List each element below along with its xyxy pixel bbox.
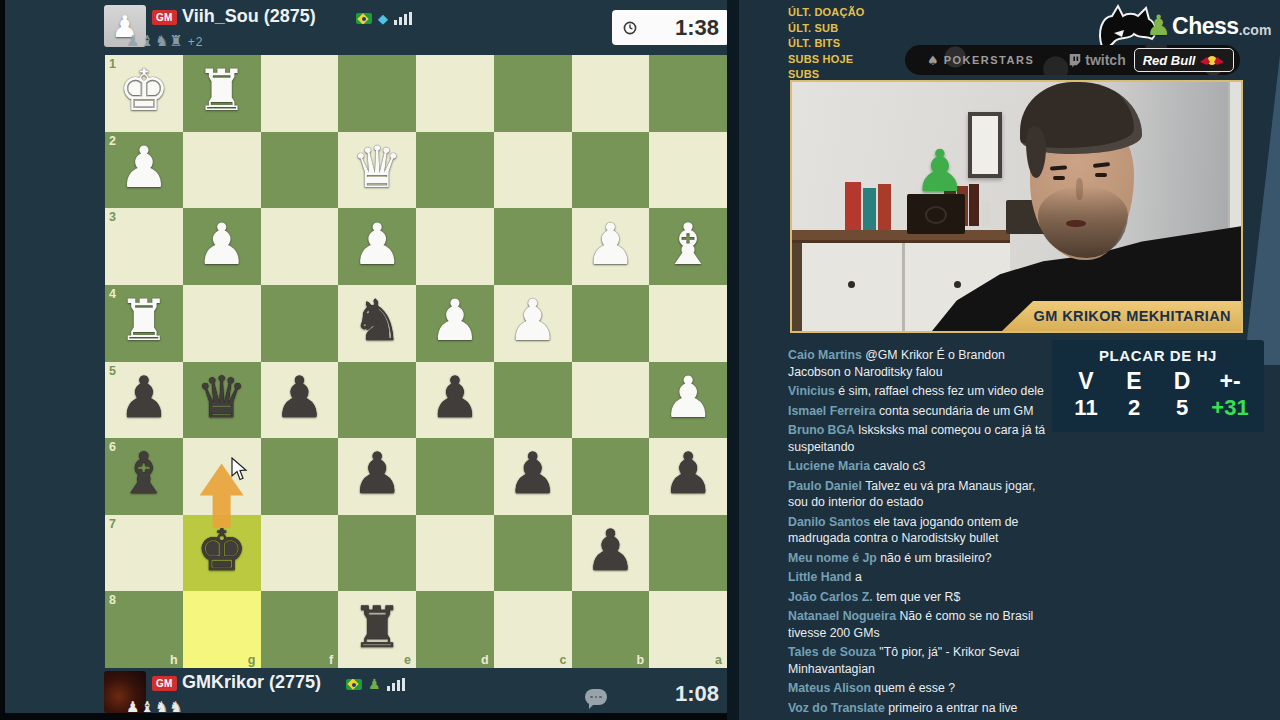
scoreboard-column: +-	[1206, 368, 1254, 395]
book	[878, 184, 891, 230]
chat-username[interactable]: Danilo Santos	[788, 515, 873, 529]
square-b1[interactable]	[572, 55, 650, 132]
piece-black-pawn[interactable]: ♟	[118, 369, 169, 426]
top-player-badges: ◆	[356, 11, 412, 26]
chat-username[interactable]: Vinicius	[788, 384, 838, 398]
square-c1[interactable]	[494, 55, 572, 132]
square-f8[interactable]: f	[261, 591, 339, 668]
alert-label: ÚLT. SUB	[788, 22, 865, 34]
scoreboard-columns: VED+-	[1052, 368, 1264, 395]
twitch-glitch-icon	[1068, 53, 1082, 68]
square-f5[interactable]: ♟	[261, 362, 339, 439]
bottom-clock-time: 1:08	[675, 681, 719, 707]
square-c5[interactable]	[494, 362, 572, 439]
square-a2[interactable]	[649, 132, 727, 209]
piece-white-pawn[interactable]: ♟	[352, 216, 403, 273]
piece-black-knight[interactable]: ♞	[352, 292, 403, 349]
rank-label: 7	[109, 517, 116, 531]
chat-username[interactable]: Ismael Ferreira	[788, 404, 879, 418]
chat-username[interactable]: Caio Martins	[788, 348, 865, 362]
chat-username[interactable]: João Carlos Z.	[788, 590, 876, 604]
nose-shadow	[1076, 178, 1083, 200]
chesscom-pawn-icon: ♟	[1146, 12, 1171, 40]
piece-white-pawn[interactable]: ♟	[429, 292, 480, 349]
square-h6[interactable]: 6♝	[105, 438, 183, 515]
square-f4[interactable]	[261, 285, 339, 362]
square-h7[interactable]: 7	[105, 515, 183, 592]
top-player-name[interactable]: Viih_Sou (2875)	[182, 6, 316, 27]
square-a6[interactable]: ♟	[649, 438, 727, 515]
bottom-player-bar: GM GMKrikor (2775) ♟ ♟♝♞♞ 1:08	[104, 671, 729, 717]
section-divider	[727, 0, 739, 720]
piece-white-pawn[interactable]: ♟	[196, 216, 247, 273]
piece-white-pawn[interactable]: ♟	[585, 216, 636, 273]
scoreboard-value: 5	[1158, 395, 1206, 421]
piece-black-bishop[interactable]: ♝	[118, 445, 169, 502]
file-label: g	[248, 653, 256, 667]
chat-message: Bruno BGA Isksksks mal começou o cara já…	[788, 422, 1056, 455]
chat-messages[interactable]: Caio Martins @GM Krikor É o Brandon Jaco…	[788, 347, 1056, 719]
square-b4[interactable]	[572, 285, 650, 362]
chat-message: Meu nome é Jp não é um brasileiro?	[788, 550, 1056, 567]
square-b3[interactable]: ♟	[572, 208, 650, 285]
rank-label: 8	[109, 593, 116, 607]
square-b5[interactable]	[572, 362, 650, 439]
gm-title-badge: GM	[152, 676, 177, 691]
square-d7[interactable]	[416, 515, 494, 592]
chat-username[interactable]: Little Hand	[788, 570, 855, 584]
chat-message: Vinicius é sim, raffael chess fez um vid…	[788, 383, 1056, 400]
chesscom-wordmark: Chess	[1172, 13, 1239, 40]
piece-white-pawn[interactable]: ♟	[118, 139, 169, 196]
scoreboard-column: V	[1062, 368, 1110, 395]
square-e5[interactable]	[338, 362, 416, 439]
chat-message: Luciene Maria cavalo c3	[788, 458, 1056, 475]
framed-certificate	[968, 112, 1002, 178]
scoreboard-value: 11	[1062, 395, 1110, 421]
square-f2[interactable]	[261, 132, 339, 209]
chat-message: Tales de Souza "Tô pior, já" - Krikor Se…	[788, 644, 1056, 677]
file-label: e	[404, 653, 411, 667]
chat-message: Danilo Santos ele tava jogando ontem de …	[788, 514, 1056, 547]
webcam-feed: ♟ GM KRIKOR MEKHITARIAN	[790, 80, 1243, 333]
gm-title-badge: GM	[152, 10, 177, 25]
piece-white-rook[interactable]: ♜	[196, 62, 247, 119]
bottom-player-badges: ♟	[346, 677, 405, 691]
piece-white-bishop[interactable]: ♝	[663, 216, 714, 273]
piece-black-pawn[interactable]: ♟	[352, 445, 403, 502]
eye	[1095, 173, 1107, 177]
connection-signal-icon	[387, 678, 405, 691]
brazil-flag-icon	[356, 13, 372, 24]
square-g4[interactable]	[183, 285, 261, 362]
chat-username[interactable]: Paulo Daniel	[788, 479, 865, 493]
brazil-flag-icon	[346, 679, 362, 690]
square-c2[interactable]	[494, 132, 572, 209]
square-a5[interactable]: ♟	[649, 362, 727, 439]
square-e6[interactable]: ♟	[338, 438, 416, 515]
square-c3[interactable]	[494, 208, 572, 285]
piece-black-pawn[interactable]: ♟	[663, 445, 714, 502]
webcam-nameplate: GM KRIKOR MEKHITARIAN	[1002, 301, 1241, 331]
chat-username[interactable]: Voz do Translate	[788, 701, 888, 715]
file-label: d	[481, 653, 489, 667]
square-h5[interactable]: 5♟	[105, 362, 183, 439]
stream-overlay: ♟ GM Viih_Sou (2875) ◆ ♟♝♞♜+2 1:38 1♚♜2♟…	[0, 0, 1280, 720]
daily-scoreboard: PLACAR DE HJ VED+- 1125+31	[1052, 340, 1264, 432]
chat-username[interactable]: Tales de Souza	[788, 645, 879, 659]
redbull-logo: Red Bull	[1134, 48, 1234, 72]
chat-username[interactable]: Bruno BGA	[788, 423, 858, 437]
square-g3[interactable]: ♟	[183, 208, 261, 285]
square-b7[interactable]: ♟	[572, 515, 650, 592]
piece-black-king[interactable]: ♚	[196, 522, 247, 579]
file-label: h	[170, 653, 178, 667]
file-label: f	[329, 653, 333, 667]
square-f3[interactable]	[261, 208, 339, 285]
square-a3[interactable]: ♝	[649, 208, 727, 285]
rank-label: 4	[109, 287, 116, 301]
square-g8[interactable]: g	[183, 591, 261, 668]
chat-message: Paulo Daniel Talvez eu vá pra Manaus jog…	[788, 478, 1056, 511]
scoreboard-column: E	[1110, 368, 1158, 395]
square-c8[interactable]: c	[494, 591, 572, 668]
top-clock-time: 1:38	[675, 15, 719, 41]
square-g5[interactable]: ♛	[183, 362, 261, 439]
scoreboard-value: 2	[1110, 395, 1158, 421]
mouth	[1066, 220, 1086, 227]
material-advantage: +2	[188, 35, 204, 49]
square-a8[interactable]: a	[649, 591, 727, 668]
piece-black-pawn[interactable]: ♟	[585, 522, 636, 579]
chat-username[interactable]: Natanael Nogueira	[788, 609, 899, 623]
square-f6[interactable]	[261, 438, 339, 515]
file-label: c	[560, 653, 567, 667]
clock-icon	[622, 20, 638, 36]
redbull-bulls-icon	[1199, 54, 1225, 67]
top-player-bar: ♟ GM Viih_Sou (2875) ◆ ♟♝♞♜+2 1:38	[104, 5, 729, 51]
square-d1[interactable]	[416, 55, 494, 132]
chat-message: Mateus Alison quem é esse ?	[788, 680, 1056, 697]
square-d3[interactable]	[416, 208, 494, 285]
diamond-member-icon: ◆	[378, 11, 388, 26]
chat-message: Little Hand a	[788, 569, 1056, 586]
square-g1[interactable]: ♜	[183, 55, 261, 132]
chat-message: Voz do Translate primeiro a entrar na li…	[788, 700, 1056, 717]
square-h3[interactable]: 3	[105, 208, 183, 285]
alert-label: ÚLT. DOAÇÃO	[788, 6, 865, 18]
piece-black-queen[interactable]: ♛	[196, 369, 247, 426]
square-g2[interactable]	[183, 132, 261, 209]
square-c4[interactable]: ♟	[494, 285, 572, 362]
square-d5[interactable]: ♟	[416, 362, 494, 439]
stream-alert-labels: ÚLT. DOAÇÃOÚLT. SUBÚLT. BITSSUBS HOJESUB…	[788, 6, 865, 84]
square-e3[interactable]: ♟	[338, 208, 416, 285]
book	[863, 188, 876, 230]
rank-label: 2	[109, 134, 116, 148]
square-g6[interactable]	[183, 438, 261, 515]
square-b2[interactable]	[572, 132, 650, 209]
chat-username[interactable]: Meu nome é Jp	[788, 551, 880, 565]
twitch-logo: twitch	[1068, 52, 1125, 68]
piece-black-pawn[interactable]: ♟	[429, 369, 480, 426]
piece-black-pawn[interactable]: ♟	[274, 369, 325, 426]
piece-white-pawn[interactable]: ♟	[663, 369, 714, 426]
chat-message: Natanael Nogueira Não é como se no Brasi…	[788, 608, 1056, 641]
square-a4[interactable]	[649, 285, 727, 362]
piece-white-queen[interactable]: ♛	[352, 139, 403, 196]
chesscom-logo: ♟ Chess .com	[1146, 12, 1271, 40]
pokerstars-logo: ♠ POKERSTARS	[927, 53, 1034, 68]
square-b6[interactable]	[572, 438, 650, 515]
square-f1[interactable]	[261, 55, 339, 132]
green-pawn-figure: ♟	[914, 142, 966, 200]
chat-username[interactable]: Mateus Alison	[788, 681, 874, 695]
square-d2[interactable]	[416, 132, 494, 209]
eye	[1053, 176, 1065, 180]
square-d4[interactable]: ♟	[416, 285, 494, 362]
scoreboard-values: 1125+31	[1052, 395, 1264, 421]
chat-message: João Carlos Z. tem que ver R$	[788, 589, 1056, 606]
sponsor-bar: ♠ POKERSTARS twitch Red Bull	[905, 45, 1240, 75]
screen-edge	[0, 0, 5, 720]
square-e4[interactable]: ♞	[338, 285, 416, 362]
square-c6[interactable]: ♟	[494, 438, 572, 515]
square-c7[interactable]	[494, 515, 572, 592]
square-e2[interactable]: ♛	[338, 132, 416, 209]
spade-icon: ♠	[927, 53, 939, 68]
square-a7[interactable]	[649, 515, 727, 592]
chat-message: Caio Martins @GM Krikor É o Brandon Jaco…	[788, 347, 1056, 380]
bottom-player-name[interactable]: GMKrikor (2775)	[182, 672, 321, 693]
rank-label: 6	[109, 440, 116, 454]
alert-label: ÚLT. BITS	[788, 37, 865, 49]
piece-white-rook[interactable]: ♜	[118, 292, 169, 349]
rank-label: 5	[109, 364, 116, 378]
square-d8[interactable]: d	[416, 591, 494, 668]
top-captured-pieces: ♟♝♞♜+2	[126, 32, 203, 50]
square-e1[interactable]	[338, 55, 416, 132]
square-e8[interactable]: e♜	[338, 591, 416, 668]
square-h2[interactable]: 2♟	[105, 132, 183, 209]
file-label: b	[637, 653, 645, 667]
alert-label: SUBS HOJE	[788, 53, 865, 65]
chat-message: Ismael Ferreira conta secundária de um G…	[788, 403, 1056, 420]
square-h8[interactable]: 8h	[105, 591, 183, 668]
piece-black-pawn[interactable]: ♟	[507, 445, 558, 502]
rank-label: 3	[109, 210, 116, 224]
book	[845, 182, 861, 230]
top-player-clock: 1:38	[612, 10, 729, 45]
chat-username[interactable]: Luciene Maria	[788, 459, 873, 473]
chess-board[interactable]: 1♚♜2♟♛3♟♟♟♝4♜♞♟♟5♟♛♟♟♟6♝♟♟♟7♚♟8hgfe♜dcba	[105, 55, 727, 668]
square-f7[interactable]	[261, 515, 339, 592]
square-e7[interactable]	[338, 515, 416, 592]
scoreboard-value: +31	[1206, 395, 1254, 421]
piece-white-king[interactable]: ♚	[118, 62, 169, 119]
square-d6[interactable]	[416, 438, 494, 515]
square-b8[interactable]: b	[572, 591, 650, 668]
piece-white-pawn[interactable]: ♟	[507, 292, 558, 349]
chat-bubble-icon[interactable]	[585, 689, 607, 705]
connection-signal-icon	[394, 12, 412, 25]
square-h1[interactable]: 1♚	[105, 55, 183, 132]
alert-label: SUBS	[788, 68, 865, 80]
file-label: a	[715, 653, 722, 667]
square-h4[interactable]: 4♜	[105, 285, 183, 362]
piece-black-rook[interactable]: ♜	[352, 599, 403, 656]
scoreboard-column: D	[1158, 368, 1206, 395]
square-a1[interactable]	[649, 55, 727, 132]
scoreboard-title: PLACAR DE HJ	[1052, 347, 1264, 364]
rank-label: 1	[109, 57, 116, 71]
screen-edge	[0, 713, 737, 720]
bottom-player-clock: 1:08	[612, 676, 729, 711]
square-g7[interactable]: ♚	[183, 515, 261, 592]
membership-pawn-icon: ♟	[368, 677, 381, 691]
